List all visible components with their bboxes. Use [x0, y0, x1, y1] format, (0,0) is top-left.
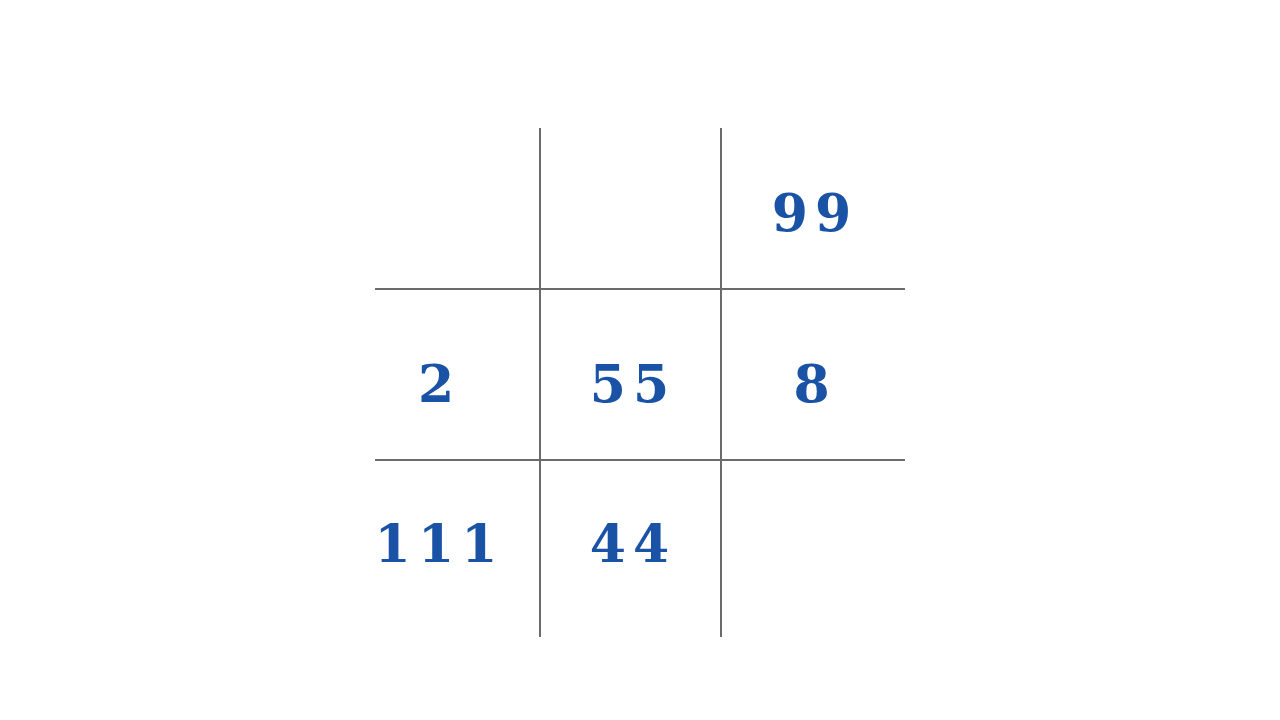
cell-r1c1[interactable]: [358, 128, 539, 288]
cell-r3c1[interactable]: 1 1 1: [358, 459, 539, 637]
cell-r1c3[interactable]: 9 9: [720, 128, 903, 288]
cell-r3c2[interactable]: 4 4: [539, 459, 720, 637]
cell-r2c3[interactable]: 8: [720, 288, 903, 459]
cell-value-r2c2: 5 5: [590, 358, 669, 410]
cell-r3c3[interactable]: [720, 459, 903, 637]
puzzle-canvas: 9 9 2 5 5 8 1 1 1 4 4: [0, 0, 1280, 720]
cell-value-r3c1: 1 1 1: [375, 518, 498, 570]
cell-r2c2[interactable]: 5 5: [539, 288, 720, 459]
cell-value-r1c3: 9 9: [772, 187, 851, 239]
cell-value-r2c3: 8: [793, 358, 829, 410]
puzzle-grid: 9 9 2 5 5 8 1 1 1 4 4: [358, 128, 903, 637]
cell-value-r3c2: 4 4: [590, 518, 669, 570]
cell-r2c1[interactable]: 2: [358, 288, 539, 459]
cell-value-r2c1: 2: [418, 358, 454, 410]
cell-r1c2[interactable]: [539, 128, 720, 288]
